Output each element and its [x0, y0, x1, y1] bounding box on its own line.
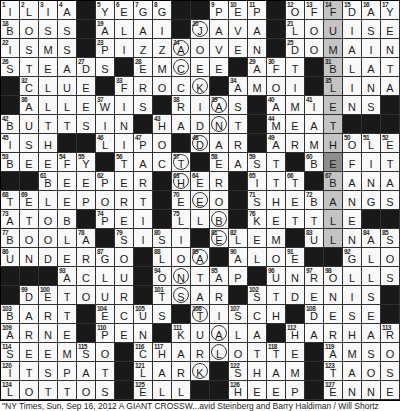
grid-cell[interactable]: E [324, 96, 343, 115]
grid-cell[interactable]: 91E [286, 248, 305, 267]
grid-cell[interactable]: A [210, 134, 229, 153]
grid-cell[interactable]: O [77, 286, 96, 305]
grid-cell[interactable]: E [58, 191, 77, 210]
grid-cell[interactable]: O [229, 343, 248, 362]
grid-cell[interactable]: T [229, 115, 248, 134]
grid-cell[interactable]: 17Y [381, 1, 400, 20]
grid-cell[interactable]: L [248, 248, 267, 267]
grid-cell[interactable]: A [210, 324, 229, 343]
grid-cell[interactable]: A [343, 362, 362, 381]
grid-cell[interactable]: A [343, 39, 362, 58]
grid-cell[interactable]: 29A [248, 58, 267, 77]
grid-cell[interactable]: S [381, 191, 400, 210]
grid-cell[interactable]: I [115, 96, 134, 115]
grid-cell[interactable]: N [39, 324, 58, 343]
grid-cell[interactable]: T [305, 210, 324, 229]
grid-cell[interactable]: I [115, 134, 134, 153]
grid-cell[interactable]: A [153, 362, 172, 381]
grid-cell[interactable]: A [172, 115, 191, 134]
grid-cell[interactable]: A [305, 324, 324, 343]
grid-cell[interactable]: S [96, 58, 115, 77]
grid-cell[interactable]: K [191, 362, 210, 381]
grid-cell[interactable]: I [115, 39, 134, 58]
grid-cell[interactable]: 126H [229, 381, 248, 400]
grid-cell[interactable]: H [343, 324, 362, 343]
grid-cell[interactable]: 116C [134, 343, 153, 362]
grid-cell[interactable]: S [39, 362, 58, 381]
grid-cell[interactable]: M [248, 77, 267, 96]
grid-cell[interactable]: 101T [153, 286, 172, 305]
grid-cell[interactable]: 20J [191, 20, 210, 39]
grid-cell[interactable]: A [134, 153, 153, 172]
grid-cell[interactable]: 60B [305, 153, 324, 172]
grid-cell[interactable]: E [305, 286, 324, 305]
grid-cell[interactable]: E [39, 58, 58, 77]
grid-cell[interactable]: U [115, 267, 134, 286]
grid-cell[interactable]: T [381, 153, 400, 172]
grid-cell[interactable]: 111K [172, 324, 191, 343]
grid-cell[interactable]: R [115, 286, 134, 305]
grid-cell[interactable]: I [134, 210, 153, 229]
grid-cell[interactable]: L [362, 267, 381, 286]
grid-cell[interactable]: N [134, 324, 153, 343]
grid-cell[interactable]: A [305, 115, 324, 134]
grid-cell[interactable]: 73A [1, 210, 20, 229]
grid-cell[interactable]: 64E [191, 172, 210, 191]
grid-cell[interactable]: I [96, 115, 115, 134]
grid-cell[interactable]: E [343, 210, 362, 229]
grid-cell[interactable]: 15D [343, 1, 362, 20]
grid-cell[interactable]: F [343, 153, 362, 172]
grid-cell[interactable]: 104E [96, 305, 115, 324]
grid-cell[interactable]: M [305, 134, 324, 153]
grid-cell[interactable]: I [286, 77, 305, 96]
grid-cell[interactable]: 4A [58, 1, 77, 20]
grid-cell[interactable]: 50O [343, 134, 362, 153]
grid-cell[interactable]: 6E [115, 1, 134, 20]
grid-cell[interactable]: E [229, 39, 248, 58]
grid-cell[interactable]: I [362, 153, 381, 172]
grid-cell[interactable]: A [362, 324, 381, 343]
grid-cell[interactable]: 87G [96, 248, 115, 267]
grid-cell[interactable]: 23P [96, 39, 115, 58]
grid-cell[interactable]: T [20, 58, 39, 77]
grid-cell[interactable]: S [58, 20, 77, 39]
grid-cell[interactable]: Z [153, 39, 172, 58]
grid-cell[interactable]: O [96, 343, 115, 362]
grid-cell[interactable]: 40A [267, 96, 286, 115]
grid-cell[interactable]: O [20, 381, 39, 400]
grid-cell[interactable]: A [229, 153, 248, 172]
grid-cell[interactable]: 36A [20, 96, 39, 115]
grid-cell[interactable]: E [39, 343, 58, 362]
grid-cell[interactable]: O [172, 248, 191, 267]
grid-cell[interactable]: E [362, 305, 381, 324]
grid-cell[interactable]: A [20, 305, 39, 324]
cursor-cell[interactable]: E [324, 153, 343, 172]
grid-cell[interactable]: U [58, 77, 77, 96]
grid-cell[interactable]: I [343, 20, 362, 39]
grid-cell[interactable]: 38R [172, 96, 191, 115]
grid-cell[interactable]: T [20, 210, 39, 229]
grid-cell[interactable]: U [96, 286, 115, 305]
grid-cell[interactable]: L [58, 96, 77, 115]
grid-cell[interactable]: H [267, 191, 286, 210]
grid-cell[interactable]: T [20, 362, 39, 381]
grid-cell[interactable]: I [191, 96, 210, 115]
grid-cell[interactable]: 89A [191, 248, 210, 267]
grid-cell[interactable]: 56T [115, 153, 134, 172]
grid-cell[interactable]: E [286, 191, 305, 210]
grid-cell[interactable]: 123T [324, 362, 343, 381]
grid-cell[interactable]: 81E [210, 229, 229, 248]
grid-cell[interactable]: T [134, 191, 153, 210]
grid-cell[interactable]: I [172, 229, 191, 248]
grid-cell[interactable]: 46L [96, 134, 115, 153]
grid-cell[interactable]: A [381, 172, 400, 191]
grid-cell[interactable]: 78A [77, 229, 96, 248]
grid-cell[interactable]: N [324, 286, 343, 305]
grid-cell[interactable]: O [381, 343, 400, 362]
grid-cell[interactable]: N [362, 77, 381, 96]
grid-cell[interactable]: E [39, 153, 58, 172]
grid-cell[interactable]: 10E [229, 1, 248, 20]
grid-cell[interactable]: N [343, 96, 362, 115]
grid-cell[interactable]: 65I [248, 172, 267, 191]
grid-cell[interactable]: H [248, 362, 267, 381]
grid-cell[interactable]: L [324, 229, 343, 248]
grid-cell[interactable]: L [153, 381, 172, 400]
grid-cell[interactable]: B [58, 210, 77, 229]
grid-cell[interactable]: 102S [248, 286, 267, 305]
grid-cell[interactable]: N [343, 381, 362, 400]
grid-cell[interactable]: 100E [39, 286, 58, 305]
grid-cell[interactable]: S [96, 381, 115, 400]
grid-cell[interactable]: I [210, 305, 229, 324]
grid-cell[interactable]: 57T [172, 153, 191, 172]
grid-cell[interactable]: T [286, 58, 305, 77]
grid-cell[interactable]: 66T [286, 172, 305, 191]
grid-cell[interactable]: N [286, 267, 305, 286]
grid-cell[interactable]: V [229, 20, 248, 39]
grid-cell[interactable]: 120I [1, 362, 20, 381]
grid-cell[interactable]: O [153, 134, 172, 153]
grid-cell[interactable]: T [39, 381, 58, 400]
grid-cell[interactable]: O [305, 39, 324, 58]
grid-cell[interactable]: E [210, 58, 229, 77]
grid-cell[interactable]: L [39, 77, 58, 96]
grid-cell[interactable]: R [286, 134, 305, 153]
grid-cell[interactable]: 108D [305, 305, 324, 324]
grid-cell[interactable]: E [20, 153, 39, 172]
grid-cell[interactable]: N [381, 39, 400, 58]
grid-cell[interactable]: 30F [267, 58, 286, 77]
grid-cell[interactable]: D [286, 286, 305, 305]
grid-cell[interactable]: O [305, 20, 324, 39]
grid-cell[interactable]: 71S [248, 191, 267, 210]
grid-cell[interactable]: 125E [134, 381, 153, 400]
grid-cell[interactable]: 95A [210, 267, 229, 286]
crossword-grid[interactable]: 1I2L3I4A5Y6E7G8G9P10E11P12O13F14F15D16A1… [0, 0, 400, 401]
grid-cell[interactable]: O [381, 248, 400, 267]
grid-cell[interactable]: 114S [1, 343, 20, 362]
grid-cell[interactable]: N [210, 115, 229, 134]
grid-cell[interactable]: O [77, 381, 96, 400]
grid-cell[interactable]: S [39, 20, 58, 39]
grid-cell[interactable]: R [210, 172, 229, 191]
grid-cell[interactable]: E [20, 343, 39, 362]
grid-cell[interactable]: 44M [267, 115, 286, 134]
grid-cell[interactable]: 105U [134, 305, 153, 324]
grid-cell[interactable]: P [286, 381, 305, 400]
grid-cell[interactable]: R [20, 324, 39, 343]
grid-cell[interactable]: 67B [324, 172, 343, 191]
grid-cell[interactable]: A [172, 343, 191, 362]
grid-cell[interactable]: G [362, 191, 381, 210]
grid-cell[interactable]: M [58, 343, 77, 362]
grid-cell[interactable]: T [58, 305, 77, 324]
grid-cell[interactable]: H [324, 134, 343, 153]
grid-cell[interactable]: 35L [324, 77, 343, 96]
grid-cell[interactable]: 45I [1, 134, 20, 153]
grid-cell[interactable]: O [39, 229, 58, 248]
grid-cell[interactable]: A [381, 77, 400, 96]
grid-cell[interactable]: T [248, 343, 267, 362]
grid-cell[interactable]: 63H [172, 172, 191, 191]
grid-cell[interactable]: 83U [305, 229, 324, 248]
grid-cell[interactable]: E [248, 229, 267, 248]
grid-cell[interactable]: 24A [172, 39, 191, 58]
grid-cell[interactable]: O [210, 191, 229, 210]
grid-cell[interactable]: S [362, 96, 381, 115]
grid-cell[interactable]: 8G [153, 1, 172, 20]
grid-cell[interactable]: 62P [96, 172, 115, 191]
grid-cell[interactable]: 110P [96, 324, 115, 343]
grid-cell[interactable]: R [115, 191, 134, 210]
grid-cell[interactable]: E [267, 210, 286, 229]
grid-cell[interactable]: O [191, 39, 210, 58]
grid-cell[interactable]: 88L [153, 248, 172, 267]
grid-cell[interactable]: D [39, 248, 58, 267]
grid-cell[interactable]: L [191, 210, 210, 229]
grid-cell[interactable]: 19A [96, 20, 115, 39]
grid-cell[interactable]: 69E [20, 191, 39, 210]
grid-cell[interactable]: 74P [96, 210, 115, 229]
grid-cell[interactable]: O [362, 362, 381, 381]
grid-cell[interactable]: I [343, 286, 362, 305]
grid-cell[interactable]: 107S [229, 305, 248, 324]
grid-cell[interactable]: Z [134, 39, 153, 58]
grid-cell[interactable]: T [191, 267, 210, 286]
grid-cell[interactable]: A [324, 191, 343, 210]
grid-cell[interactable]: 53B [1, 153, 20, 172]
grid-cell[interactable]: 34A [229, 77, 248, 96]
grid-cell[interactable]: T [58, 381, 77, 400]
grid-cell[interactable]: 106T [191, 305, 210, 324]
grid-cell[interactable]: 2L [20, 1, 39, 20]
grid-cell[interactable]: P [77, 191, 96, 210]
grid-cell[interactable]: S [381, 267, 400, 286]
grid-cell[interactable]: S [153, 305, 172, 324]
grid-cell[interactable]: I [134, 229, 153, 248]
grid-cell[interactable]: T [58, 115, 77, 134]
grid-cell[interactable]: T [267, 153, 286, 172]
grid-cell[interactable]: 103B [1, 305, 20, 324]
grid-cell[interactable]: 47P [134, 134, 153, 153]
grid-cell[interactable]: 86U [1, 248, 20, 267]
grid-cell[interactable]: M [343, 343, 362, 362]
grid-cell[interactable]: H [267, 305, 286, 324]
grid-cell[interactable]: P [58, 362, 77, 381]
grid-cell[interactable]: 79S [115, 229, 134, 248]
grid-cell[interactable]: S [381, 362, 400, 381]
grid-cell[interactable]: C [153, 153, 172, 172]
grid-cell[interactable]: M [153, 58, 172, 77]
grid-cell[interactable]: T [96, 362, 115, 381]
grid-cell[interactable]: R [191, 343, 210, 362]
grid-cell[interactable]: N [362, 172, 381, 191]
grid-cell[interactable]: 68T [1, 191, 20, 210]
grid-cell[interactable]: S [172, 286, 191, 305]
grid-cell[interactable]: 115S [77, 343, 96, 362]
grid-cell[interactable]: N [248, 39, 267, 58]
grid-cell[interactable]: 55Y [77, 153, 96, 172]
grid-cell[interactable]: 11P [248, 1, 267, 20]
grid-cell[interactable]: A [362, 58, 381, 77]
grid-cell[interactable]: S [77, 115, 96, 134]
grid-cell[interactable]: E [248, 381, 267, 400]
grid-cell[interactable]: 90A [229, 248, 248, 267]
grid-cell[interactable]: 25D [286, 39, 305, 58]
grid-cell[interactable]: P [229, 267, 248, 286]
grid-cell[interactable]: E [58, 248, 77, 267]
grid-cell[interactable]: R [172, 362, 191, 381]
grid-cell[interactable]: S [362, 20, 381, 39]
grid-cell[interactable]: R [324, 324, 343, 343]
grid-cell[interactable]: A [210, 20, 229, 39]
grid-cell[interactable]: E [267, 381, 286, 400]
grid-cell[interactable]: 16A [362, 1, 381, 20]
grid-cell[interactable]: E [286, 343, 305, 362]
grid-cell[interactable]: R [210, 286, 229, 305]
grid-cell[interactable]: S [20, 134, 39, 153]
grid-cell[interactable]: R [39, 305, 58, 324]
grid-cell[interactable]: 77B [1, 229, 20, 248]
grid-cell[interactable]: 32C [20, 77, 39, 96]
grid-cell[interactable]: E [115, 172, 134, 191]
grid-cell[interactable]: 39A [210, 96, 229, 115]
grid-cell[interactable]: 14F [324, 1, 343, 20]
grid-cell[interactable]: N [362, 381, 381, 400]
grid-cell[interactable]: A [58, 58, 77, 77]
grid-cell[interactable]: 61B [39, 172, 58, 191]
grid-cell[interactable]: T [324, 115, 343, 134]
grid-cell[interactable]: C [172, 77, 191, 96]
grid-cell[interactable]: H [39, 134, 58, 153]
grid-cell[interactable]: 33F [115, 77, 134, 96]
grid-cell[interactable]: E [77, 172, 96, 191]
grid-cell[interactable]: C [248, 305, 267, 324]
grid-cell[interactable]: 42B [1, 115, 20, 134]
grid-cell[interactable]: 80S [153, 229, 172, 248]
grid-cell[interactable]: N [172, 267, 191, 286]
grid-cell[interactable]: S [134, 96, 153, 115]
grid-cell[interactable]: T [58, 286, 77, 305]
grid-cell[interactable]: 92G [343, 248, 362, 267]
grid-cell[interactable]: 127E [324, 381, 343, 400]
grid-cell[interactable]: L [96, 267, 115, 286]
grid-cell[interactable]: 48D [191, 134, 210, 153]
grid-cell[interactable]: N [115, 115, 134, 134]
grid-cell[interactable]: 98O [324, 267, 343, 286]
grid-cell[interactable]: L [39, 191, 58, 210]
grid-cell[interactable]: O [96, 191, 115, 210]
grid-cell[interactable]: 112H [286, 324, 305, 343]
grid-cell[interactable]: 7G [134, 1, 153, 20]
grid-cell[interactable]: L [58, 229, 77, 248]
grid-cell[interactable]: A [267, 362, 286, 381]
grid-cell[interactable]: I [362, 39, 381, 58]
grid-cell[interactable]: S [58, 39, 77, 58]
grid-cell[interactable]: A [343, 172, 362, 191]
grid-cell[interactable]: I [343, 77, 362, 96]
grid-cell[interactable]: O [39, 210, 58, 229]
grid-cell[interactable]: 122S [229, 362, 248, 381]
grid-cell[interactable]: R [134, 172, 153, 191]
grid-cell[interactable]: V [210, 39, 229, 58]
grid-cell[interactable]: E [324, 305, 343, 324]
grid-cell[interactable]: 124L [1, 381, 20, 400]
grid-cell[interactable]: 31B [324, 58, 343, 77]
grid-cell[interactable]: L [115, 20, 134, 39]
grid-cell[interactable]: 70E [172, 191, 191, 210]
grid-cell[interactable]: 82L [229, 229, 248, 248]
grid-cell[interactable]: A [248, 324, 267, 343]
grid-cell[interactable]: 121L [134, 362, 153, 381]
grid-cell[interactable]: C [77, 267, 96, 286]
grid-cell[interactable]: E [58, 324, 77, 343]
grid-cell[interactable]: O [267, 77, 286, 96]
grid-cell[interactable]: 59S [248, 153, 267, 172]
grid-cell[interactable]: 9P [210, 1, 229, 20]
grid-cell[interactable]: L [362, 248, 381, 267]
grid-cell[interactable]: E [286, 115, 305, 134]
grid-cell[interactable]: 21L [286, 20, 305, 39]
grid-cell[interactable]: 72B [305, 191, 324, 210]
grid-cell[interactable]: D [191, 115, 210, 134]
grid-cell[interactable]: I [153, 20, 172, 39]
grid-cell[interactable]: 58E [210, 153, 229, 172]
grid-cell[interactable]: E [77, 77, 96, 96]
grid-cell[interactable]: T [39, 115, 58, 134]
grid-cell[interactable]: 49A [267, 134, 286, 153]
grid-cell[interactable]: T [286, 210, 305, 229]
grid-cell[interactable]: N [343, 229, 362, 248]
grid-cell[interactable]: 13F [305, 1, 324, 20]
grid-cell[interactable]: A [191, 286, 210, 305]
grid-cell[interactable]: R [134, 77, 153, 96]
grid-cell[interactable]: O [20, 20, 39, 39]
grid-cell[interactable]: U [191, 324, 210, 343]
grid-cell[interactable]: 5Y [96, 1, 115, 20]
grid-cell[interactable]: E [381, 381, 400, 400]
grid-cell[interactable]: M [286, 96, 305, 115]
grid-cell[interactable]: 113R [381, 324, 400, 343]
grid-cell[interactable]: A [134, 20, 153, 39]
grid-cell[interactable]: S [343, 305, 362, 324]
grid-cell[interactable]: 76K [248, 210, 267, 229]
grid-cell[interactable]: 96U [267, 267, 286, 286]
